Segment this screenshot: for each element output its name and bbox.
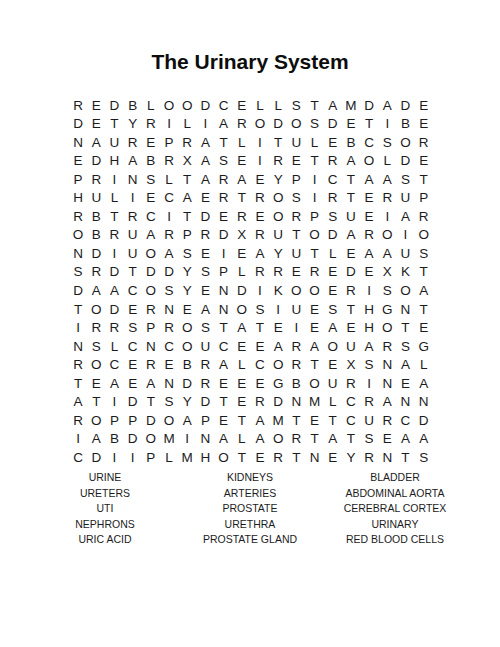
grid-cell-r9c1: N [69, 244, 87, 263]
grid-cell-r4c19: D [396, 152, 414, 171]
grid-cell-r2c20: E [415, 115, 433, 134]
grid-cell-r15c14: T [305, 356, 323, 375]
grid-cell-r9c17: A [360, 244, 378, 263]
grid-cell-r7c7: T [178, 207, 196, 226]
grid-cell-r7c13: R [287, 207, 305, 226]
grid-cell-r1c3: D [105, 96, 123, 115]
grid-cell-r8c13: T [287, 226, 305, 245]
grid-cell-r1c8: D [196, 96, 214, 115]
grid-cell-r9c20: S [415, 244, 433, 263]
grid-cell-r4c13: E [287, 152, 305, 171]
grid-cell-r3c13: U [287, 133, 305, 152]
grid-cell-r8c14: O [305, 226, 323, 245]
grid-cell-r4c18: L [378, 152, 396, 171]
grid-cell-r13c7: O [178, 319, 196, 338]
grid-cell-r8c20: O [415, 226, 433, 245]
grid-cell-r13c9: T [215, 319, 233, 338]
grid-cell-r13c8: S [196, 319, 214, 338]
grid-cell-r5c13: P [287, 170, 305, 189]
grid-cell-r14c16: U [342, 337, 360, 356]
grid-cell-r11c16: R [342, 281, 360, 300]
grid-cell-r19c16: T [342, 430, 360, 449]
grid-cell-r18c11: A [251, 411, 269, 430]
grid-cell-r13c2: R [87, 319, 105, 338]
grid-cell-r16c16: R [342, 374, 360, 393]
grid-cell-r8c16: A [342, 226, 360, 245]
grid-cell-r20c3: I [105, 448, 123, 467]
grid-cell-r9c10: E [233, 244, 251, 263]
grid-cell-r1c6: O [160, 96, 178, 115]
grid-cell-r20c14: N [305, 448, 323, 467]
grid-cell-r3c14: L [305, 133, 323, 152]
grid-cell-r1c11: L [251, 96, 269, 115]
grid-cell-r19c17: S [360, 430, 378, 449]
grid-cell-r14c1: N [69, 337, 87, 356]
grid-cell-r16c7: D [178, 374, 196, 393]
grid-cell-r13c13: I [287, 319, 305, 338]
grid-cell-r1c4: B [124, 96, 142, 115]
grid-cell-r6c6: C [160, 189, 178, 208]
grid-cell-r16c14: O [305, 374, 323, 393]
grid-cell-r19c19: A [396, 430, 414, 449]
grid-cell-r2c5: R [142, 115, 160, 134]
grid-cell-r19c12: O [269, 430, 287, 449]
grid-cell-r20c17: R [360, 448, 378, 467]
grid-cell-r19c11: A [251, 430, 269, 449]
grid-cell-r12c16: T [342, 300, 360, 319]
grid-cell-r12c1: T [69, 300, 87, 319]
grid-cell-r18c14: E [305, 411, 323, 430]
grid-cell-r4c14: T [305, 152, 323, 171]
grid-cell-r19c9: A [215, 430, 233, 449]
grid-cell-r16c3: A [105, 374, 123, 393]
word-list: URINEURETERSUTINEPHRONSURIC ACID KIDNEYS… [0, 470, 500, 560]
grid-cell-r15c3: C [105, 356, 123, 375]
grid-cell-r10c6: D [160, 263, 178, 282]
grid-cell-r11c20: A [415, 281, 433, 300]
grid-cell-r10c11: R [251, 263, 269, 282]
grid-cell-r14c9: C [215, 337, 233, 356]
grid-cell-r10c9: P [215, 263, 233, 282]
grid-cell-r4c12: R [269, 152, 287, 171]
grid-cell-r15c12: O [269, 356, 287, 375]
grid-cell-r17c4: D [124, 393, 142, 412]
grid-cell-r13c15: A [324, 319, 342, 338]
grid-cell-r2c17: T [360, 115, 378, 134]
grid-cell-r6c7: A [178, 189, 196, 208]
grid-cell-r7c12: O [269, 207, 287, 226]
grid-cell-r18c17: U [360, 411, 378, 430]
grid-cell-r2c3: T [105, 115, 123, 134]
grid-cell-r20c8: H [196, 448, 214, 467]
grid-cell-r10c18: X [378, 263, 396, 282]
grid-cell-r4c10: E [233, 152, 251, 171]
grid-cell-r18c6: O [160, 411, 178, 430]
grid-cell-r15c19: A [396, 356, 414, 375]
grid-cell-r9c3: I [105, 244, 123, 263]
grid-cell-r17c20: N [415, 393, 433, 412]
grid-cell-r10c19: K [396, 263, 414, 282]
grid-cell-r15c7: B [178, 356, 196, 375]
grid-cell-r6c3: L [105, 189, 123, 208]
grid-cell-r5c10: A [233, 170, 251, 189]
grid-cell-r2c19: B [396, 115, 414, 134]
grid-cell-r15c1: R [69, 356, 87, 375]
grid-cell-r19c20: A [415, 430, 433, 449]
grid-cell-r5c8: A [196, 170, 214, 189]
grid-cell-r1c16: M [342, 96, 360, 115]
grid-cell-r6c10: T [233, 189, 251, 208]
grid-cell-r2c1: D [69, 115, 87, 134]
grid-cell-r7c15: S [324, 207, 342, 226]
grid-cell-r10c5: D [142, 263, 160, 282]
grid-cell-r9c18: A [378, 244, 396, 263]
grid-cell-r4c1: E [69, 152, 87, 171]
grid-cell-r19c13: R [287, 430, 305, 449]
grid-cell-r8c7: P [178, 226, 196, 245]
grid-cell-r20c16: Y [342, 448, 360, 467]
grid-cell-r5c7: T [178, 170, 196, 189]
grid-cell-r20c18: N [378, 448, 396, 467]
grid-cell-r18c3: P [105, 411, 123, 430]
grid-cell-r11c8: E [196, 281, 214, 300]
grid-cell-r4c9: S [215, 152, 233, 171]
grid-cell-r19c4: D [124, 430, 142, 449]
grid-cell-r10c3: D [105, 263, 123, 282]
grid-cell-r1c18: A [378, 96, 396, 115]
puzzle-title: The Urinary System [0, 50, 500, 74]
grid-cell-r6c2: U [87, 189, 105, 208]
grid-cell-r15c6: E [160, 356, 178, 375]
grid-cell-r3c9: T [215, 133, 233, 152]
grid-cell-r19c1: I [69, 430, 87, 449]
grid-cell-r7c1: R [69, 207, 87, 226]
grid-cell-r8c17: R [360, 226, 378, 245]
grid-cell-r16c20: A [415, 374, 433, 393]
grid-cell-r3c6: P [160, 133, 178, 152]
grid-cell-r5c11: E [251, 170, 269, 189]
grid-cell-r19c8: N [196, 430, 214, 449]
grid-cell-r12c9: N [215, 300, 233, 319]
grid-cell-r3c16: B [342, 133, 360, 152]
grid-cell-r15c20: L [415, 356, 433, 375]
grid-cell-r8c10: X [233, 226, 251, 245]
grid-cell-r12c14: E [305, 300, 323, 319]
grid-cell-r11c12: K [269, 281, 287, 300]
grid-cell-r8c5: A [142, 226, 160, 245]
grid-cell-r2c16: E [342, 115, 360, 134]
grid-cell-r20c11: E [251, 448, 269, 467]
grid-cell-r18c2: O [87, 411, 105, 430]
grid-cell-r1c7: O [178, 96, 196, 115]
grid-cell-r6c13: S [287, 189, 305, 208]
grid-cell-r6c12: O [269, 189, 287, 208]
grid-cell-r4c15: R [324, 152, 342, 171]
grid-cell-r3c10: L [233, 133, 251, 152]
word-item: ABDOMINAL AORTA [300, 486, 490, 502]
grid-cell-r12c8: A [196, 300, 214, 319]
grid-cell-r9c13: U [287, 244, 305, 263]
grid-cell-r5c9: R [215, 170, 233, 189]
grid-cell-r6c14: I [305, 189, 323, 208]
grid-cell-r17c5: T [142, 393, 160, 412]
grid-cell-r10c1: S [69, 263, 87, 282]
grid-cell-r20c12: R [269, 448, 287, 467]
grid-cell-r12c10: O [233, 300, 251, 319]
grid-cell-r17c11: R [251, 393, 269, 412]
grid-cell-r8c6: R [160, 226, 178, 245]
grid-cell-r1c1: R [69, 96, 87, 115]
grid-cell-r5c15: C [324, 170, 342, 189]
grid-cell-r7c2: B [87, 207, 105, 226]
grid-cell-r5c4: N [124, 170, 142, 189]
grid-cell-r17c13: N [287, 393, 305, 412]
grid-cell-r11c18: S [378, 281, 396, 300]
grid-cell-r10c13: E [287, 263, 305, 282]
grid-cell-r6c20: P [415, 189, 433, 208]
grid-cell-r16c9: E [215, 374, 233, 393]
grid-cell-r7c14: P [305, 207, 323, 226]
grid-cell-r6c15: R [324, 189, 342, 208]
grid-cell-r13c3: R [105, 319, 123, 338]
grid-cell-r8c15: D [324, 226, 342, 245]
grid-cell-r15c5: R [142, 356, 160, 375]
grid-cell-r5c3: I [105, 170, 123, 189]
grid-cell-r8c19: I [396, 226, 414, 245]
grid-cell-r15c15: E [324, 356, 342, 375]
grid-cell-r4c2: D [87, 152, 105, 171]
grid-cell-r17c7: Y [178, 393, 196, 412]
grid-cell-r9c16: E [342, 244, 360, 263]
grid-cell-r18c16: C [342, 411, 360, 430]
grid-cell-r6c19: U [396, 189, 414, 208]
grid-cell-r10c20: T [415, 263, 433, 282]
grid-cell-r11c19: O [396, 281, 414, 300]
grid-cell-r9c12: Y [269, 244, 287, 263]
grid-cell-r7c19: A [396, 207, 414, 226]
grid-cell-r3c12: T [269, 133, 287, 152]
grid-cell-r6c9: R [215, 189, 233, 208]
grid-cell-r10c10: L [233, 263, 251, 282]
grid-cell-r15c16: X [342, 356, 360, 375]
grid-cell-r20c1: C [69, 448, 87, 467]
grid-cell-r11c2: A [87, 281, 105, 300]
grid-cell-r14c7: O [178, 337, 196, 356]
grid-cell-r9c11: A [251, 244, 269, 263]
grid-cell-r1c5: L [142, 96, 160, 115]
grid-cell-r14c15: O [324, 337, 342, 356]
grid-cell-r3c2: A [87, 133, 105, 152]
grid-cell-r19c2: A [87, 430, 105, 449]
puzzle-page: The Urinary System REDBLOODCELLSTAMDADED… [0, 0, 500, 647]
grid-cell-r3c8: A [196, 133, 214, 152]
grid-cell-r14c17: A [360, 337, 378, 356]
grid-cell-r13c14: E [305, 319, 323, 338]
grid-cell-r2c15: D [324, 115, 342, 134]
grid-cell-r17c15: L [324, 393, 342, 412]
grid-cell-r11c4: C [124, 281, 142, 300]
grid-cell-r3c1: N [69, 133, 87, 152]
grid-cell-r12c11: S [251, 300, 269, 319]
grid-cell-r1c13: S [287, 96, 305, 115]
grid-cell-r17c12: D [269, 393, 287, 412]
grid-cell-r5c14: I [305, 170, 323, 189]
grid-cell-r16c15: U [324, 374, 342, 393]
grid-cell-r2c6: I [160, 115, 178, 134]
grid-cell-r8c9: D [215, 226, 233, 245]
grid-cell-r2c18: I [378, 115, 396, 134]
grid-cell-r2c14: S [305, 115, 323, 134]
grid-cell-r8c2: B [87, 226, 105, 245]
grid-cell-r8c3: R [105, 226, 123, 245]
grid-cell-r13c20: E [415, 319, 433, 338]
grid-cell-r1c9: C [215, 96, 233, 115]
grid-cell-r2c4: Y [124, 115, 142, 134]
grid-cell-r4c5: B [142, 152, 160, 171]
grid-cell-r16c12: G [269, 374, 287, 393]
grid-cell-r6c16: T [342, 189, 360, 208]
grid-cell-r1c17: D [360, 96, 378, 115]
grid-cell-r17c19: N [396, 393, 414, 412]
grid-cell-r3c18: S [378, 133, 396, 152]
grid-cell-r11c14: O [305, 281, 323, 300]
grid-cell-r12c17: H [360, 300, 378, 319]
grid-cell-r11c1: D [69, 281, 87, 300]
grid-cell-r4c20: E [415, 152, 433, 171]
grid-cell-r17c1: A [69, 393, 87, 412]
grid-cell-r14c11: E [251, 337, 269, 356]
grid-cell-r12c13: U [287, 300, 305, 319]
grid-cell-r7c11: E [251, 207, 269, 226]
grid-cell-r18c4: P [124, 411, 142, 430]
grid-cell-r11c10: D [233, 281, 251, 300]
grid-cell-r4c6: R [160, 152, 178, 171]
grid-cell-r10c8: S [196, 263, 214, 282]
grid-cell-r15c18: N [378, 356, 396, 375]
grid-cell-r12c7: E [178, 300, 196, 319]
letter-grid: REDBLOODCELLSTAMDADEDETYRILIARODOSDETIBE… [69, 96, 433, 467]
grid-cell-r19c10: L [233, 430, 251, 449]
grid-cell-r3c20: R [415, 133, 433, 152]
grid-cell-r12c4: E [124, 300, 142, 319]
grid-cell-r7c18: I [378, 207, 396, 226]
grid-cell-r5c20: T [415, 170, 433, 189]
grid-cell-r1c15: A [324, 96, 342, 115]
grid-cell-r5c2: R [87, 170, 105, 189]
grid-cell-r8c4: U [124, 226, 142, 245]
word-item: CEREBRAL CORTEX [300, 501, 490, 517]
grid-cell-r12c15: S [324, 300, 342, 319]
grid-cell-r20c19: T [396, 448, 414, 467]
grid-cell-r14c3: L [105, 337, 123, 356]
grid-cell-r2c7: L [178, 115, 196, 134]
grid-cell-r18c12: M [269, 411, 287, 430]
grid-cell-r17c6: S [160, 393, 178, 412]
grid-cell-r7c16: U [342, 207, 360, 226]
grid-cell-r17c2: T [87, 393, 105, 412]
grid-cell-r4c3: H [105, 152, 123, 171]
grid-cell-r19c5: O [142, 430, 160, 449]
grid-cell-r16c13: B [287, 374, 305, 393]
grid-cell-r4c11: I [251, 152, 269, 171]
grid-cell-r3c7: R [178, 133, 196, 152]
grid-cell-r10c14: R [305, 263, 323, 282]
grid-cell-r10c2: R [87, 263, 105, 282]
grid-cell-r3c5: E [142, 133, 160, 152]
grid-cell-r13c19: T [396, 319, 414, 338]
grid-cell-r9c15: L [324, 244, 342, 263]
grid-cell-r14c20: G [415, 337, 433, 356]
grid-cell-r1c14: T [305, 96, 323, 115]
grid-cell-r20c6: L [160, 448, 178, 467]
grid-cell-r13c10: A [233, 319, 251, 338]
grid-cell-r14c13: R [287, 337, 305, 356]
grid-cell-r18c19: C [396, 411, 414, 430]
grid-cell-r5c16: T [342, 170, 360, 189]
grid-cell-r10c4: T [124, 263, 142, 282]
grid-cell-r12c6: N [160, 300, 178, 319]
grid-cell-r18c9: E [215, 411, 233, 430]
grid-cell-r20c13: T [287, 448, 305, 467]
grid-cell-r13c12: E [269, 319, 287, 338]
grid-cell-r10c17: E [360, 263, 378, 282]
grid-cell-r19c6: M [160, 430, 178, 449]
grid-cell-r15c4: E [124, 356, 142, 375]
grid-cell-r12c2: O [87, 300, 105, 319]
grid-cell-r1c20: E [415, 96, 433, 115]
grid-cell-r4c17: O [360, 152, 378, 171]
grid-cell-r6c4: I [124, 189, 142, 208]
grid-cell-r14c10: E [233, 337, 251, 356]
grid-cell-r9c6: A [160, 244, 178, 263]
grid-cell-r14c12: A [269, 337, 287, 356]
grid-cell-r15c9: A [215, 356, 233, 375]
grid-cell-r19c3: B [105, 430, 123, 449]
grid-cell-r9c4: U [124, 244, 142, 263]
grid-cell-r12c3: D [105, 300, 123, 319]
grid-cell-r4c4: A [124, 152, 142, 171]
grid-cell-r2c13: O [287, 115, 305, 134]
grid-cell-r17c8: D [196, 393, 214, 412]
grid-cell-r9c9: I [215, 244, 233, 263]
grid-cell-r13c11: T [251, 319, 269, 338]
grid-cell-r19c18: E [378, 430, 396, 449]
grid-cell-r16c10: E [233, 374, 251, 393]
grid-cell-r5c19: S [396, 170, 414, 189]
grid-cell-r18c5: D [142, 411, 160, 430]
grid-cell-r13c1: I [69, 319, 87, 338]
grid-cell-r18c18: R [378, 411, 396, 430]
grid-cell-r18c20: D [415, 411, 433, 430]
grid-cell-r10c7: Y [178, 263, 196, 282]
grid-cell-r3c15: E [324, 133, 342, 152]
grid-cell-r11c11: I [251, 281, 269, 300]
grid-cell-r3c3: U [105, 133, 123, 152]
grid-cell-r16c1: T [69, 374, 87, 393]
grid-cell-r9c19: U [396, 244, 414, 263]
grid-cell-r17c17: R [360, 393, 378, 412]
grid-cell-r14c5: N [142, 337, 160, 356]
grid-cell-r14c6: C [160, 337, 178, 356]
grid-cell-r2c12: D [269, 115, 287, 134]
grid-cell-r7c5: C [142, 207, 160, 226]
grid-cell-r20c2: D [87, 448, 105, 467]
grid-cell-r15c17: S [360, 356, 378, 375]
grid-cell-r8c8: R [196, 226, 214, 245]
grid-cell-r20c9: O [215, 448, 233, 467]
grid-cell-r11c7: Y [178, 281, 196, 300]
grid-cell-r7c9: E [215, 207, 233, 226]
